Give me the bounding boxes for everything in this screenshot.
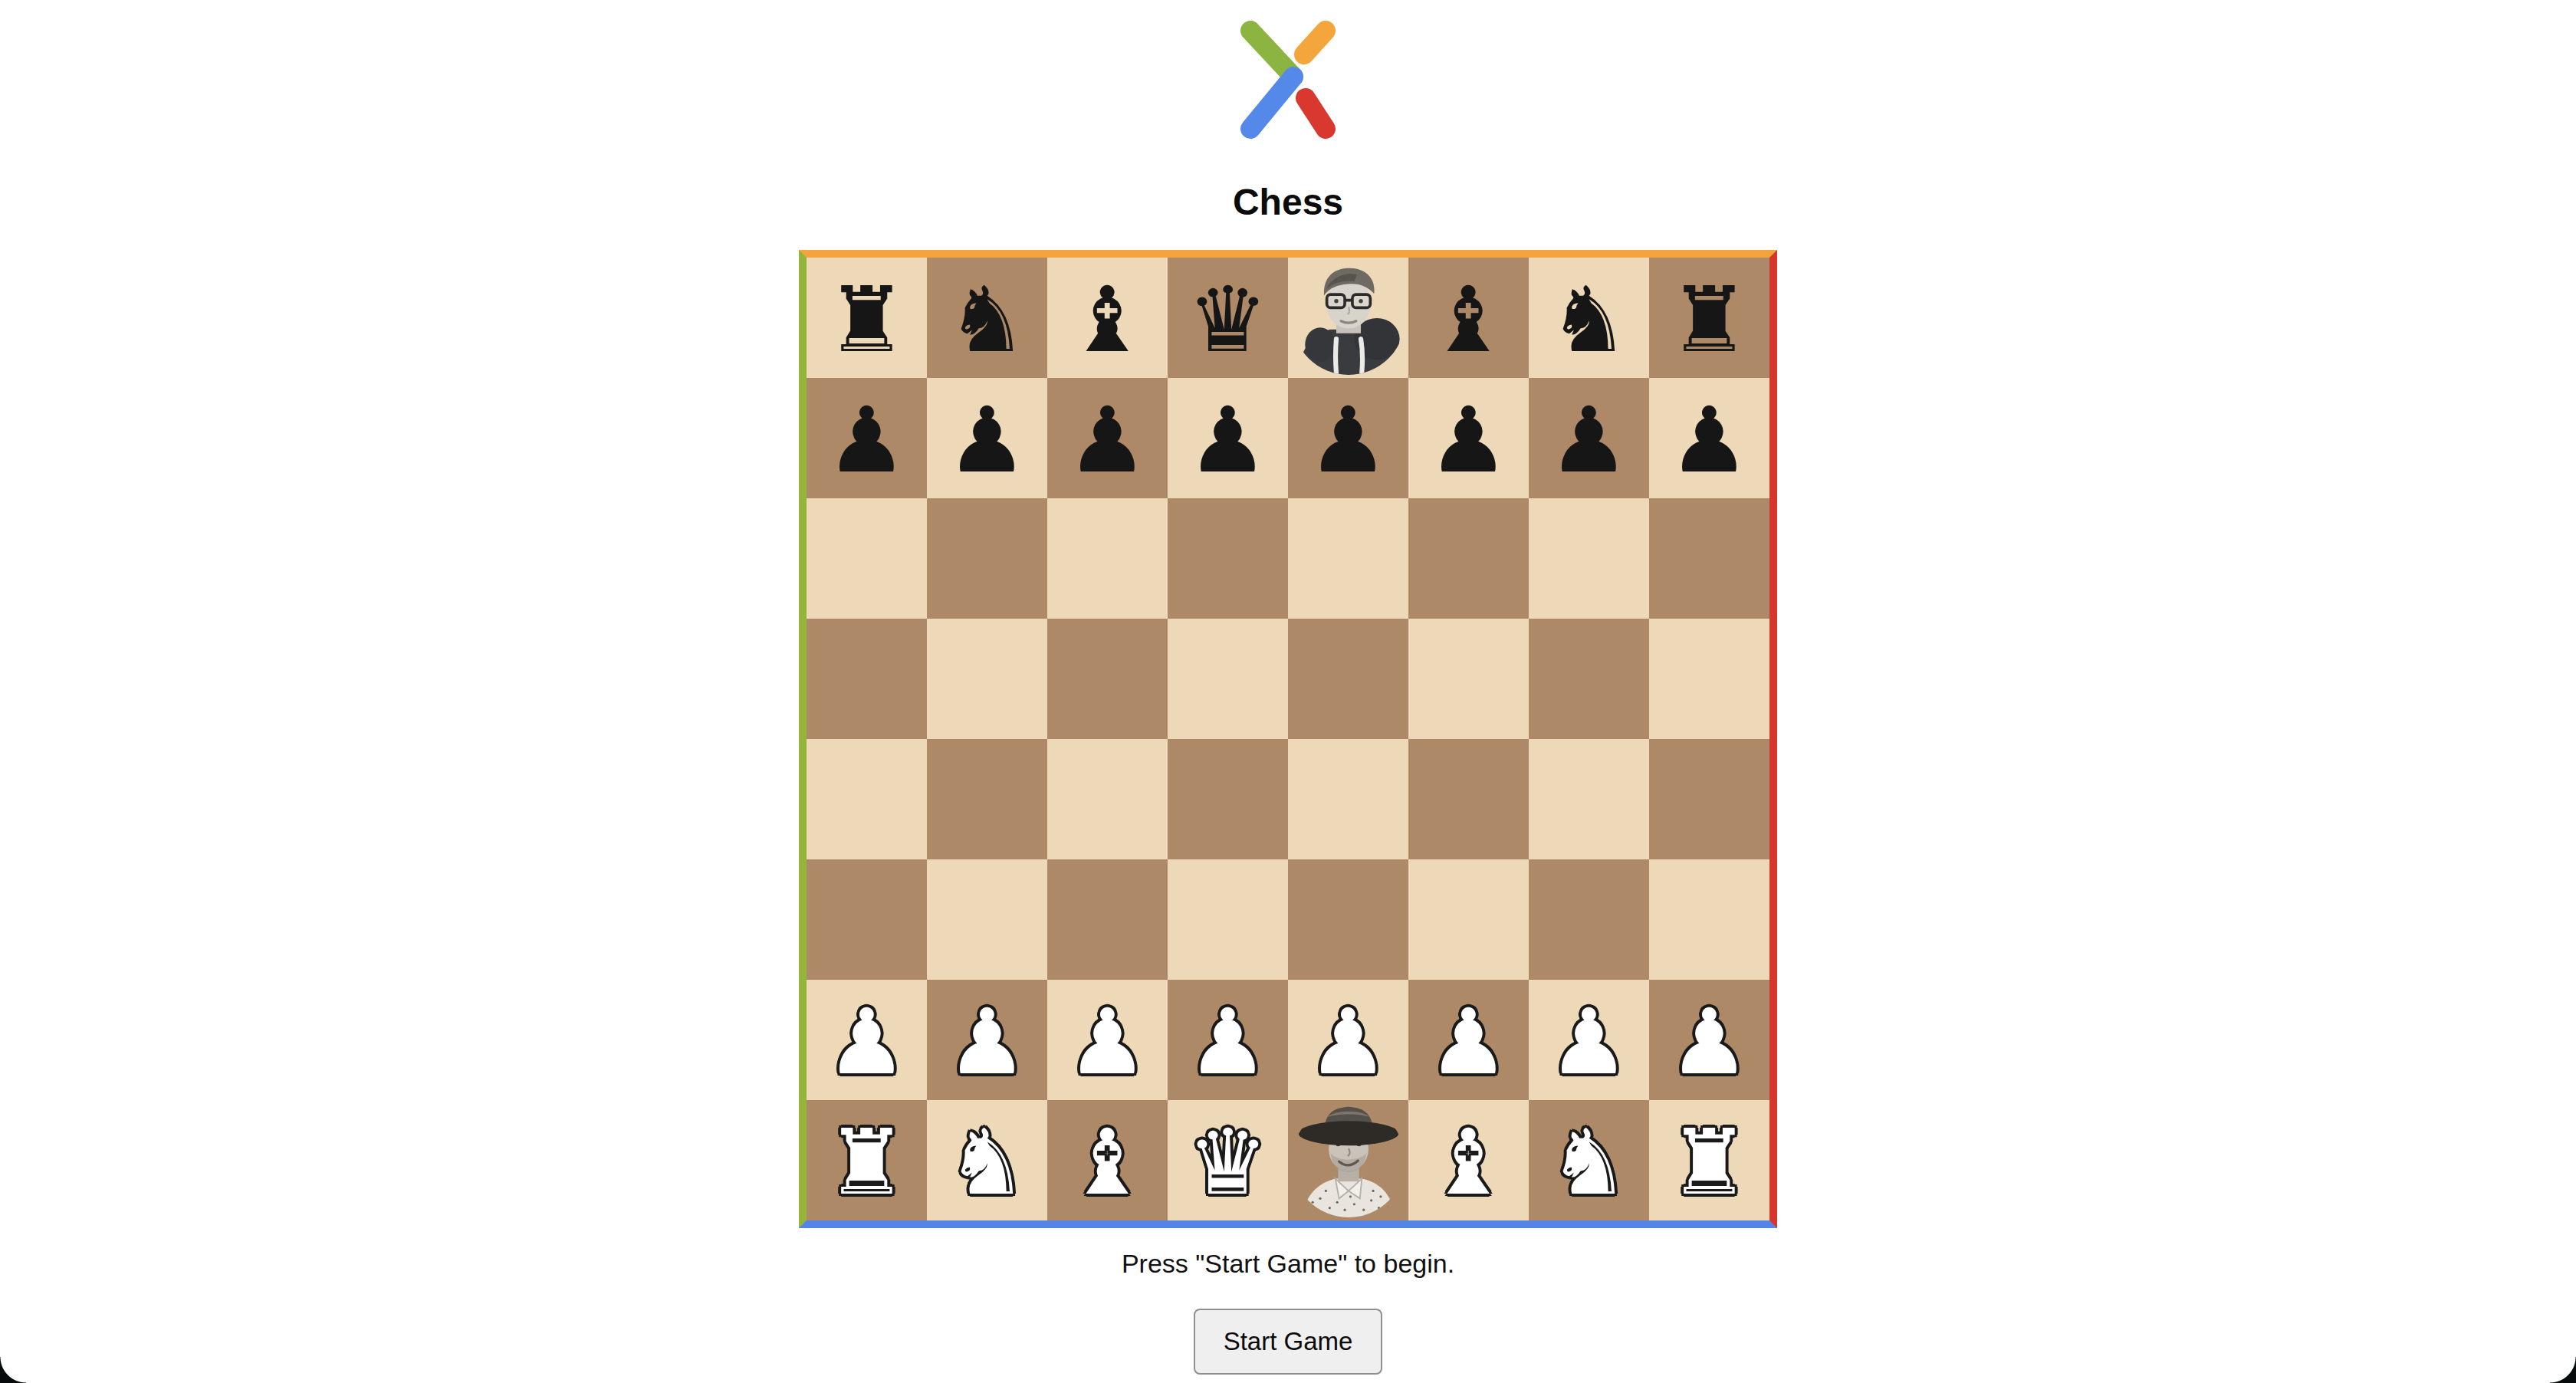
square-e8[interactable] (1288, 258, 1408, 378)
square-c3[interactable] (1047, 859, 1168, 980)
piece-white-knight[interactable]: ♞ (947, 1117, 1028, 1207)
square-c6[interactable] (1047, 498, 1168, 619)
square-f8[interactable]: ♝ (1408, 258, 1529, 378)
square-h8[interactable]: ♜ (1649, 258, 1769, 378)
square-a6[interactable] (807, 498, 927, 619)
chess-board: ♜♞♝♛ ♝♞♜♟♟♟♟♟♟♟♟♟♟♟♟♟♟♟♟♜♞♝♛ (799, 250, 1777, 1228)
piece-black-rook[interactable]: ♜ (1669, 274, 1750, 365)
piece-black-queen[interactable]: ♛ (1188, 274, 1269, 365)
piece-white-pawn[interactable]: ♟ (1188, 997, 1269, 1087)
square-a4[interactable] (807, 739, 927, 859)
square-d7[interactable]: ♟ (1168, 378, 1288, 498)
square-f6[interactable] (1408, 498, 1529, 619)
square-b4[interactable] (927, 739, 1047, 859)
logo-arm-orange (1304, 31, 1326, 54)
piece-white-pawn[interactable]: ♟ (1549, 997, 1630, 1087)
square-d2[interactable]: ♟ (1168, 980, 1288, 1100)
square-e6[interactable] (1288, 498, 1408, 619)
square-g2[interactable]: ♟ (1529, 980, 1649, 1100)
square-c5[interactable] (1047, 619, 1168, 739)
hat-brim (1298, 1121, 1398, 1145)
piece-black-bishop[interactable]: ♝ (1067, 274, 1148, 365)
square-a2[interactable]: ♟ (807, 980, 927, 1100)
square-h4[interactable] (1649, 739, 1769, 859)
square-b7[interactable]: ♟ (927, 378, 1047, 498)
square-g7[interactable]: ♟ (1529, 378, 1649, 498)
square-a3[interactable] (807, 859, 927, 980)
square-e7[interactable]: ♟ (1288, 378, 1408, 498)
square-a8[interactable]: ♜ (807, 258, 927, 378)
square-h3[interactable] (1649, 859, 1769, 980)
square-a1[interactable]: ♜ (807, 1100, 927, 1220)
start-game-button[interactable]: Start Game (1194, 1309, 1383, 1375)
piece-black-pawn[interactable]: ♟ (1067, 395, 1148, 485)
square-c1[interactable]: ♝ (1047, 1100, 1168, 1220)
square-b3[interactable] (927, 859, 1047, 980)
piece-white-pawn[interactable]: ♟ (826, 997, 908, 1087)
square-g6[interactable] (1529, 498, 1649, 619)
square-d6[interactable] (1168, 498, 1288, 619)
piece-white-pawn[interactable]: ♟ (1067, 997, 1148, 1087)
square-d5[interactable] (1168, 619, 1288, 739)
square-b8[interactable]: ♞ (927, 258, 1047, 378)
piece-black-knight[interactable]: ♞ (947, 274, 1028, 365)
square-f5[interactable] (1408, 619, 1529, 739)
piece-white-pawn[interactable]: ♟ (947, 997, 1028, 1087)
square-f2[interactable]: ♟ (1408, 980, 1529, 1100)
square-d8[interactable]: ♛ (1168, 258, 1288, 378)
square-c4[interactable] (1047, 739, 1168, 859)
piece-black-pawn[interactable]: ♟ (1308, 395, 1389, 485)
drawstring-right (1361, 339, 1362, 373)
square-a5[interactable] (807, 619, 927, 739)
square-h7[interactable]: ♟ (1649, 378, 1769, 498)
piece-white-bishop[interactable]: ♝ (1067, 1117, 1148, 1207)
piece-black-pawn[interactable]: ♟ (1428, 395, 1510, 485)
square-e4[interactable] (1288, 739, 1408, 859)
square-f4[interactable] (1408, 739, 1529, 859)
piece-black-knight[interactable]: ♞ (1549, 274, 1630, 365)
square-h6[interactable] (1649, 498, 1769, 619)
x-logo (1238, 20, 1338, 140)
status-message: Press "Start Game" to begin. (0, 1248, 2576, 1279)
logo-arm-red (1306, 98, 1326, 129)
square-g3[interactable] (1529, 859, 1649, 980)
piece-white-rook[interactable]: ♜ (826, 1117, 908, 1207)
shirt (1301, 1178, 1395, 1217)
drawstring-left (1336, 339, 1336, 373)
square-f1[interactable]: ♝ (1408, 1100, 1529, 1220)
page-title: Chess (0, 184, 2576, 221)
square-g1[interactable]: ♞ (1529, 1100, 1649, 1220)
square-h1[interactable]: ♜ (1649, 1100, 1769, 1220)
square-g8[interactable]: ♞ (1529, 258, 1649, 378)
square-e1[interactable] (1288, 1100, 1408, 1220)
square-g4[interactable] (1529, 739, 1649, 859)
right-eye (1359, 299, 1362, 303)
white-king-avatar (1292, 1104, 1405, 1217)
piece-white-bishop[interactable]: ♝ (1428, 1117, 1510, 1207)
piece-black-pawn[interactable]: ♟ (1669, 395, 1750, 485)
piece-white-knight[interactable]: ♞ (1549, 1117, 1630, 1207)
square-c8[interactable]: ♝ (1047, 258, 1168, 378)
square-d4[interactable] (1168, 739, 1288, 859)
black-king-avatar (1292, 261, 1405, 375)
piece-white-rook[interactable]: ♜ (1669, 1117, 1750, 1207)
piece-black-pawn[interactable]: ♟ (826, 395, 908, 485)
square-e3[interactable] (1288, 859, 1408, 980)
screen-corner-bottom-right (2550, 1357, 2576, 1375)
piece-white-pawn[interactable]: ♟ (1308, 997, 1389, 1087)
piece-black-pawn[interactable]: ♟ (1188, 395, 1269, 485)
square-g5[interactable] (1529, 619, 1649, 739)
square-d3[interactable] (1168, 859, 1288, 980)
piece-black-pawn[interactable]: ♟ (1549, 395, 1630, 485)
piece-black-pawn[interactable]: ♟ (947, 395, 1028, 485)
logo-arm-blue (1250, 77, 1293, 129)
piece-black-rook[interactable]: ♜ (826, 274, 908, 365)
piece-white-pawn[interactable]: ♟ (1428, 997, 1510, 1087)
square-e5[interactable] (1288, 619, 1408, 739)
square-b5[interactable] (927, 619, 1047, 739)
square-f3[interactable] (1408, 859, 1529, 980)
square-b6[interactable] (927, 498, 1047, 619)
piece-white-queen[interactable]: ♛ (1188, 1117, 1269, 1207)
square-c7[interactable]: ♟ (1047, 378, 1168, 498)
piece-black-bishop[interactable]: ♝ (1428, 274, 1510, 365)
piece-white-pawn[interactable]: ♟ (1669, 997, 1750, 1087)
square-e2[interactable]: ♟ (1288, 980, 1408, 1100)
square-d1[interactable]: ♛ (1168, 1100, 1288, 1220)
square-h5[interactable] (1649, 619, 1769, 739)
square-h2[interactable]: ♟ (1649, 980, 1769, 1100)
square-a7[interactable]: ♟ (807, 378, 927, 498)
square-c2[interactable]: ♟ (1047, 980, 1168, 1100)
square-b1[interactable]: ♞ (927, 1100, 1047, 1220)
screen-corner-bottom-left (0, 1357, 26, 1375)
left-eye (1334, 299, 1338, 303)
square-f7[interactable]: ♟ (1408, 378, 1529, 498)
hood-left (1305, 327, 1335, 361)
square-b2[interactable]: ♟ (927, 980, 1047, 1100)
